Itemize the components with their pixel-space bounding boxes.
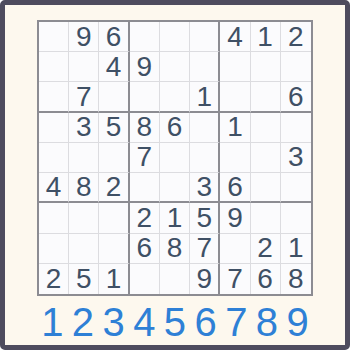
cell-r5c8[interactable] — [251, 143, 281, 173]
number-button-7[interactable]: 7 — [221, 299, 252, 345]
cell-r7c5[interactable]: 1 — [160, 203, 190, 233]
number-button-1[interactable]: 1 — [37, 299, 68, 345]
cell-r2c1[interactable] — [39, 52, 69, 82]
number-input-bar: 123456789 — [37, 299, 313, 345]
cell-r7c7[interactable]: 9 — [220, 203, 250, 233]
cell-r5c4[interactable]: 7 — [130, 143, 160, 173]
cell-r3c8[interactable] — [251, 82, 281, 112]
cell-r9c4[interactable] — [130, 264, 160, 294]
number-button-2[interactable]: 2 — [68, 299, 99, 345]
cell-r3c3[interactable] — [99, 82, 129, 112]
cell-r8c6[interactable]: 7 — [190, 234, 220, 264]
cell-r7c2[interactable] — [69, 203, 99, 233]
cell-r7c6[interactable]: 5 — [190, 203, 220, 233]
cell-r9c2[interactable]: 5 — [69, 264, 99, 294]
cell-r3c2[interactable]: 7 — [69, 82, 99, 112]
cell-r6c8[interactable] — [251, 173, 281, 203]
cell-r2c8[interactable] — [251, 52, 281, 82]
cell-r6c6[interactable]: 3 — [190, 173, 220, 203]
cell-r3c1[interactable] — [39, 82, 69, 112]
cell-r5c3[interactable] — [99, 143, 129, 173]
cell-r4c5[interactable]: 6 — [160, 113, 190, 143]
cell-r9c8[interactable]: 6 — [251, 264, 281, 294]
cell-r1c5[interactable] — [160, 22, 190, 52]
cell-r6c3[interactable]: 2 — [99, 173, 129, 203]
cell-r8c3[interactable] — [99, 234, 129, 264]
cell-r7c1[interactable] — [39, 203, 69, 233]
cell-r3c9[interactable]: 6 — [281, 82, 311, 112]
cell-r8c7[interactable] — [220, 234, 250, 264]
cell-r4c1[interactable] — [39, 113, 69, 143]
cell-r4c8[interactable] — [251, 113, 281, 143]
cell-r2c2[interactable] — [69, 52, 99, 82]
cell-r6c7[interactable]: 6 — [220, 173, 250, 203]
number-button-5[interactable]: 5 — [160, 299, 191, 345]
cell-r6c4[interactable] — [130, 173, 160, 203]
cell-r9c7[interactable]: 7 — [220, 264, 250, 294]
cell-r5c7[interactable] — [220, 143, 250, 173]
cell-r4c9[interactable] — [281, 113, 311, 143]
cell-r9c5[interactable] — [160, 264, 190, 294]
cell-r2c4[interactable]: 9 — [130, 52, 160, 82]
cell-r2c6[interactable] — [190, 52, 220, 82]
cell-r7c9[interactable] — [281, 203, 311, 233]
cell-r5c1[interactable] — [39, 143, 69, 173]
cell-r8c1[interactable] — [39, 234, 69, 264]
cell-r1c4[interactable] — [130, 22, 160, 52]
number-button-8[interactable]: 8 — [252, 299, 283, 345]
cell-r8c4[interactable]: 6 — [130, 234, 160, 264]
cell-r6c2[interactable]: 8 — [69, 173, 99, 203]
cell-r4c3[interactable]: 5 — [99, 113, 129, 143]
cell-r6c1[interactable]: 4 — [39, 173, 69, 203]
cell-r7c4[interactable]: 2 — [130, 203, 160, 233]
cell-r1c7[interactable]: 4 — [220, 22, 250, 52]
cell-r9c6[interactable]: 9 — [190, 264, 220, 294]
cell-r3c6[interactable]: 1 — [190, 82, 220, 112]
cell-r1c1[interactable] — [39, 22, 69, 52]
cell-r2c3[interactable]: 4 — [99, 52, 129, 82]
cell-r2c9[interactable] — [281, 52, 311, 82]
cell-r8c8[interactable]: 2 — [251, 234, 281, 264]
cell-r1c9[interactable]: 2 — [281, 22, 311, 52]
cell-r3c7[interactable] — [220, 82, 250, 112]
cell-r4c7[interactable]: 1 — [220, 113, 250, 143]
cell-r2c5[interactable] — [160, 52, 190, 82]
cell-r8c9[interactable]: 1 — [281, 234, 311, 264]
cell-r7c8[interactable] — [251, 203, 281, 233]
cell-r1c8[interactable]: 1 — [251, 22, 281, 52]
cell-r2c7[interactable] — [220, 52, 250, 82]
cell-r4c2[interactable]: 3 — [69, 113, 99, 143]
cell-r6c9[interactable] — [281, 173, 311, 203]
cell-r5c9[interactable]: 3 — [281, 143, 311, 173]
cell-r1c6[interactable] — [190, 22, 220, 52]
number-button-6[interactable]: 6 — [190, 299, 221, 345]
number-button-9[interactable]: 9 — [282, 299, 313, 345]
cell-r3c4[interactable] — [130, 82, 160, 112]
number-button-4[interactable]: 4 — [129, 299, 160, 345]
cell-r8c2[interactable] — [69, 234, 99, 264]
sudoku-board: 96412497163586173482362159687212519768 — [37, 20, 313, 296]
cell-r4c4[interactable]: 8 — [130, 113, 160, 143]
cell-r1c3[interactable]: 6 — [99, 22, 129, 52]
cell-r5c2[interactable] — [69, 143, 99, 173]
cell-r9c3[interactable]: 1 — [99, 264, 129, 294]
cell-r5c5[interactable] — [160, 143, 190, 173]
cell-r3c5[interactable] — [160, 82, 190, 112]
cell-r9c1[interactable]: 2 — [39, 264, 69, 294]
cell-r8c5[interactable]: 8 — [160, 234, 190, 264]
cell-r6c5[interactable] — [160, 173, 190, 203]
number-button-3[interactable]: 3 — [98, 299, 129, 345]
cell-r7c3[interactable] — [99, 203, 129, 233]
cell-r5c6[interactable] — [190, 143, 220, 173]
cell-r1c2[interactable]: 9 — [69, 22, 99, 52]
cell-r4c6[interactable] — [190, 113, 220, 143]
cell-r9c9[interactable]: 8 — [281, 264, 311, 294]
